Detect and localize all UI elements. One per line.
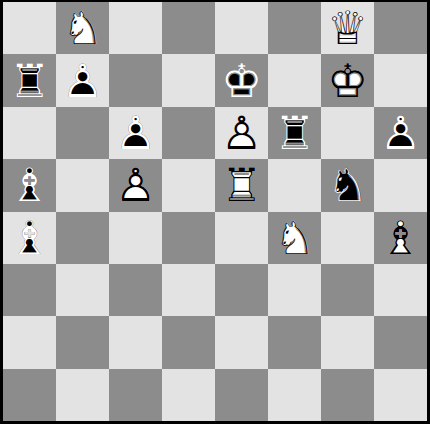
- square-h3[interactable]: [374, 264, 427, 316]
- piece-black-pawn: ♟♙: [376, 108, 426, 158]
- square-a7[interactable]: ♜♖: [3, 54, 56, 106]
- square-h1[interactable]: [374, 369, 427, 421]
- square-b5[interactable]: [56, 159, 109, 211]
- piece-outline: ♕: [323, 3, 373, 53]
- square-e5[interactable]: ♜♖: [215, 159, 268, 211]
- square-a5[interactable]: ♝♗: [3, 159, 56, 211]
- square-d8[interactable]: [162, 2, 215, 54]
- square-d2[interactable]: [162, 316, 215, 368]
- piece-black-bishop: ♝♗: [5, 160, 55, 210]
- square-h6[interactable]: ♟♙: [374, 107, 427, 159]
- square-g3[interactable]: [321, 264, 374, 316]
- square-e6[interactable]: ♟♙: [215, 107, 268, 159]
- square-a3[interactable]: [3, 264, 56, 316]
- piece-black-rook: ♜♖: [270, 108, 320, 158]
- piece-outline: ♙: [111, 160, 161, 210]
- piece-outline: ♙: [58, 56, 108, 106]
- piece-white-bishop: ♝♗: [376, 213, 426, 263]
- square-g2[interactable]: [321, 316, 374, 368]
- square-g5[interactable]: ♞♘: [321, 159, 374, 211]
- square-f4[interactable]: ♞♘: [268, 212, 321, 264]
- piece-outline: ♖: [5, 56, 55, 106]
- piece-outline: ♘: [270, 213, 320, 263]
- square-e2[interactable]: [215, 316, 268, 368]
- square-h7[interactable]: [374, 54, 427, 106]
- square-g7[interactable]: ♚♔: [321, 54, 374, 106]
- piece-outline: ♗: [5, 160, 55, 210]
- square-e8[interactable]: [215, 2, 268, 54]
- square-f5[interactable]: [268, 159, 321, 211]
- square-a8[interactable]: [3, 2, 56, 54]
- square-b6[interactable]: [56, 107, 109, 159]
- piece-outline: ♔: [323, 56, 373, 106]
- square-c3[interactable]: [109, 264, 162, 316]
- square-c2[interactable]: [109, 316, 162, 368]
- piece-outline: ♘: [58, 3, 108, 53]
- square-b1[interactable]: [56, 369, 109, 421]
- chess-board: ♞♘♛♕♜♖♟♙♚♔♚♔♟♙♟♙♜♖♟♙♝♗♟♙♜♖♞♘♝♗♞♘♝♗: [3, 2, 427, 421]
- square-b2[interactable]: [56, 316, 109, 368]
- piece-outline: ♙: [376, 108, 426, 158]
- square-a4[interactable]: ♝♗: [3, 212, 56, 264]
- piece-white-queen: ♛♕: [323, 3, 373, 53]
- piece-outline: ♗: [5, 213, 55, 263]
- square-d1[interactable]: [162, 369, 215, 421]
- piece-outline: ♙: [217, 108, 267, 158]
- piece-outline: ♖: [217, 160, 267, 210]
- square-a1[interactable]: [3, 369, 56, 421]
- piece-outline: ♔: [217, 56, 267, 106]
- piece-white-knight: ♞♘: [58, 3, 108, 53]
- square-h4[interactable]: ♝♗: [374, 212, 427, 264]
- piece-white-king: ♚♔: [323, 56, 373, 106]
- piece-outline: ♘: [323, 160, 373, 210]
- piece-white-pawn: ♟♙: [111, 160, 161, 210]
- square-e3[interactable]: [215, 264, 268, 316]
- square-c7[interactable]: [109, 54, 162, 106]
- piece-black-knight: ♞♘: [323, 160, 373, 210]
- square-b7[interactable]: ♟♙: [56, 54, 109, 106]
- square-h2[interactable]: [374, 316, 427, 368]
- square-g8[interactable]: ♛♕: [321, 2, 374, 54]
- square-f6[interactable]: ♜♖: [268, 107, 321, 159]
- square-d5[interactable]: [162, 159, 215, 211]
- square-d7[interactable]: [162, 54, 215, 106]
- piece-black-pawn: ♟♙: [58, 56, 108, 106]
- square-c8[interactable]: [109, 2, 162, 54]
- piece-black-rook: ♜♖: [5, 56, 55, 106]
- chess-board-diagram: ♞♘♛♕♜♖♟♙♚♔♚♔♟♙♟♙♜♖♟♙♝♗♟♙♜♖♞♘♝♗♞♘♝♗: [0, 0, 430, 424]
- square-g4[interactable]: [321, 212, 374, 264]
- square-c5[interactable]: ♟♙: [109, 159, 162, 211]
- square-c1[interactable]: [109, 369, 162, 421]
- piece-white-knight: ♞♘: [270, 213, 320, 263]
- square-d6[interactable]: [162, 107, 215, 159]
- square-a6[interactable]: [3, 107, 56, 159]
- square-c6[interactable]: ♟♙: [109, 107, 162, 159]
- square-g6[interactable]: [321, 107, 374, 159]
- piece-outline: ♗: [376, 213, 426, 263]
- square-b3[interactable]: [56, 264, 109, 316]
- piece-white-pawn: ♟♙: [217, 108, 267, 158]
- square-g1[interactable]: [321, 369, 374, 421]
- square-h5[interactable]: [374, 159, 427, 211]
- square-e1[interactable]: [215, 369, 268, 421]
- piece-outline: ♖: [270, 108, 320, 158]
- square-f3[interactable]: [268, 264, 321, 316]
- piece-black-pawn: ♟♙: [111, 108, 161, 158]
- square-h8[interactable]: [374, 2, 427, 54]
- square-e7[interactable]: ♚♔: [215, 54, 268, 106]
- square-e4[interactable]: [215, 212, 268, 264]
- square-b4[interactable]: [56, 212, 109, 264]
- square-a2[interactable]: [3, 316, 56, 368]
- piece-black-king: ♚♔: [217, 56, 267, 106]
- square-b8[interactable]: ♞♘: [56, 2, 109, 54]
- square-f7[interactable]: [268, 54, 321, 106]
- square-d3[interactable]: [162, 264, 215, 316]
- square-d4[interactable]: [162, 212, 215, 264]
- square-f8[interactable]: [268, 2, 321, 54]
- square-f2[interactable]: [268, 316, 321, 368]
- piece-outline: ♙: [111, 108, 161, 158]
- piece-black-bishop: ♝♗: [5, 213, 55, 263]
- piece-white-rook: ♜♖: [217, 160, 267, 210]
- square-c4[interactable]: [109, 212, 162, 264]
- square-f1[interactable]: [268, 369, 321, 421]
